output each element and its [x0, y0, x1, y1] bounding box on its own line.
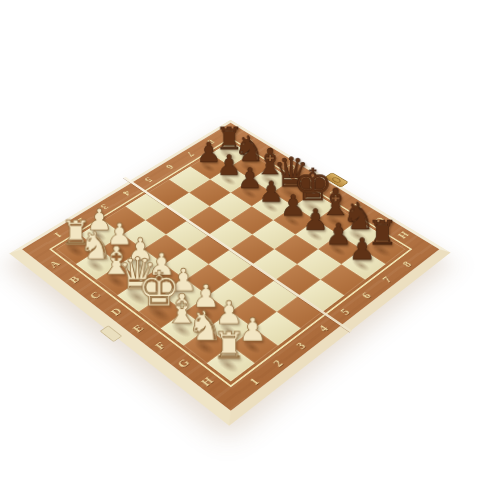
piece-black-pawn-h7: ♟ — [349, 234, 376, 264]
chess-board: AA88BB77CC66DD55EE44FF33GG22HH11 ♜♞♝♛♚♝♞… — [9, 120, 450, 426]
board-outer-edge: AA88BB77CC66DD55EE44FF33GG22HH11 ♜♞♝♛♚♝♞… — [9, 120, 450, 426]
product-photo-scene: AA88BB77CC66DD55EE44FF33GG22HH11 ♜♞♝♛♚♝♞… — [0, 0, 500, 500]
clasp-catch-icon — [99, 325, 122, 342]
piece-white-rook-h1: ♜ — [212, 326, 245, 363]
board-frame: AA88BB77CC66DD55EE44FF33GG22HH11 ♜♞♝♛♚♝♞… — [22, 123, 439, 411]
